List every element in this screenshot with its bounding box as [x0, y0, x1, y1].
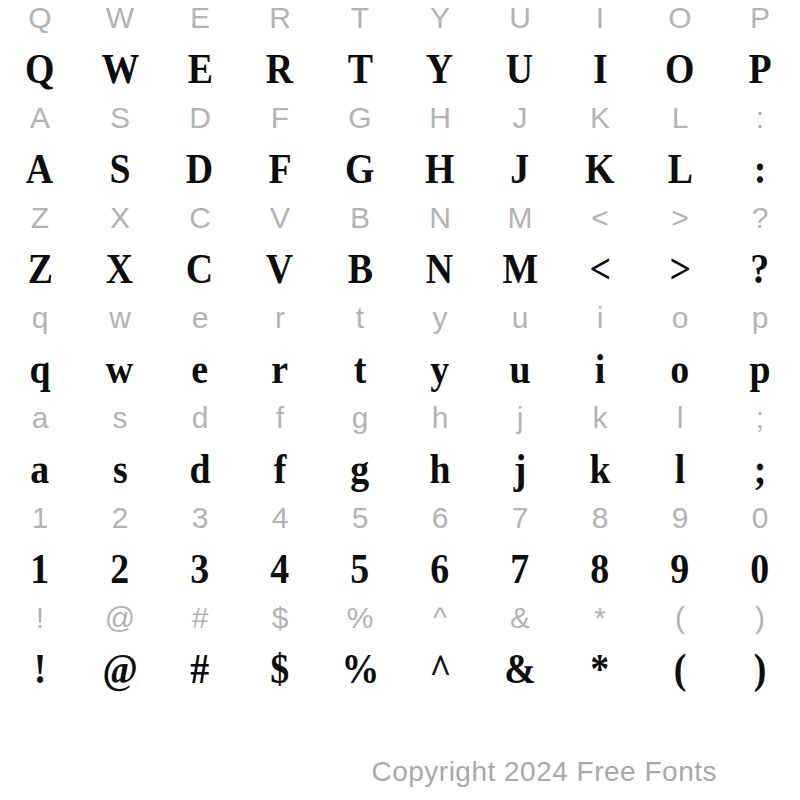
char-cell-ghost-r6-c5: ^ [400, 593, 480, 643]
char-cell-ghost-r6-c1: @ [80, 593, 160, 643]
char-cell-ghost-r5-c1: 2 [80, 493, 160, 543]
char-glyph: B [350, 201, 370, 235]
char-cell-ghost-r0-c0: Q [0, 0, 80, 43]
char-glyph: I [593, 44, 608, 93]
char-cell-bold-r0-c8: O [640, 43, 720, 93]
char-cell-ghost-r4-c3: f [240, 393, 320, 443]
char-cell-ghost-r0-c7: I [560, 0, 640, 43]
char-glyph: < [591, 201, 609, 235]
char-cell-ghost-r0-c2: E [160, 0, 240, 43]
char-glyph: ! [34, 644, 47, 693]
char-cell-bold-r5-c6: 7 [480, 543, 560, 593]
char-cell-ghost-r2-c8: > [640, 193, 720, 243]
char-glyph: Z [31, 201, 49, 235]
char-glyph: & [504, 644, 536, 693]
char-glyph: H [425, 144, 454, 193]
char-glyph: E [187, 44, 212, 93]
char-glyph: 4 [271, 544, 290, 593]
char-glyph: ( [674, 644, 687, 693]
char-glyph: ^ [433, 601, 447, 635]
char-cell-ghost-r3-c1: w [80, 293, 160, 343]
char-glyph: R [269, 1, 291, 35]
char-cell-bold-r1-c6: J [480, 143, 560, 193]
char-glyph: C [189, 201, 211, 235]
char-cell-ghost-r4-c0: a [0, 393, 80, 443]
char-glyph: g [352, 401, 369, 435]
char-cell-bold-r0-c4: T [320, 43, 400, 93]
char-cell-ghost-r2-c7: < [560, 193, 640, 243]
char-cell-ghost-r0-c3: R [240, 0, 320, 43]
char-cell-bold-r6-c4: % [320, 643, 400, 693]
char-cell-bold-r4-c3: f [240, 443, 320, 493]
char-cell-bold-r4-c0: a [0, 443, 80, 493]
char-cell-bold-r5-c5: 6 [400, 543, 480, 593]
char-cell-ghost-r0-c6: U [480, 0, 560, 43]
char-glyph: u [512, 301, 529, 335]
char-cell-ghost-r4-c6: j [480, 393, 560, 443]
char-cell-bold-r1-c4: G [320, 143, 400, 193]
char-cell-ghost-r5-c5: 6 [400, 493, 480, 543]
char-glyph: A [30, 101, 50, 135]
char-cell-bold-r6-c2: # [160, 643, 240, 693]
char-cell-bold-r4-c5: h [400, 443, 480, 493]
char-glyph: p [752, 301, 769, 335]
char-cell-ghost-r0-c1: W [80, 0, 160, 43]
char-glyph: e [192, 344, 209, 393]
char-cell-ghost-r1-c3: F [240, 93, 320, 143]
char-cell-ghost-r1-c6: J [480, 93, 560, 143]
char-glyph: e [192, 301, 209, 335]
char-cell-bold-r4-c2: d [160, 443, 240, 493]
char-cell-bold-r0-c5: Y [400, 43, 480, 93]
char-cell-ghost-r1-c8: L [640, 93, 720, 143]
char-glyph: l [677, 401, 684, 435]
char-glyph: h [432, 401, 449, 435]
char-glyph: X [106, 244, 133, 293]
char-cell-ghost-r2-c5: N [400, 193, 480, 243]
char-cell-bold-r3-c9: p [720, 343, 800, 393]
char-cell-bold-r2-c4: B [320, 243, 400, 293]
char-cell-ghost-r0-c5: Y [400, 0, 480, 43]
char-glyph: G [348, 101, 371, 135]
char-cell-bold-r3-c7: i [560, 343, 640, 393]
char-glyph: U [509, 1, 531, 35]
char-cell-ghost-r2-c6: M [480, 193, 560, 243]
char-glyph: L [667, 144, 692, 193]
char-glyph: # [192, 601, 209, 635]
char-glyph: * [594, 601, 606, 635]
char-cell-ghost-r5-c7: 8 [560, 493, 640, 543]
char-cell-bold-r1-c9: : [720, 143, 800, 193]
char-glyph: 7 [511, 544, 530, 593]
char-glyph: S [110, 101, 130, 135]
char-glyph: 5 [352, 501, 369, 535]
char-glyph: N [426, 244, 453, 293]
char-glyph: ) [755, 601, 765, 635]
char-cell-ghost-r3-c2: e [160, 293, 240, 343]
char-glyph: J [511, 144, 530, 193]
char-glyph: ) [754, 644, 767, 693]
char-glyph: l [675, 444, 686, 493]
char-glyph: O [665, 44, 694, 93]
char-glyph: W [101, 44, 139, 93]
char-glyph: q [32, 301, 49, 335]
char-glyph: K [590, 101, 610, 135]
char-cell-ghost-r1-c1: S [80, 93, 160, 143]
char-glyph: w [106, 344, 133, 393]
char-cell-ghost-r6-c4: % [320, 593, 400, 643]
char-glyph: I [596, 1, 604, 35]
char-glyph: K [585, 144, 614, 193]
char-glyph: Q [25, 44, 54, 93]
char-cell-ghost-r0-c9: P [720, 0, 800, 43]
char-cell-bold-r1-c7: K [560, 143, 640, 193]
char-cell-ghost-r6-c2: # [160, 593, 240, 643]
char-glyph: M [508, 201, 533, 235]
char-glyph: ? [751, 244, 770, 293]
char-cell-bold-r6-c7: * [560, 643, 640, 693]
char-glyph: 3 [191, 544, 210, 593]
char-cell-ghost-r3-c0: q [0, 293, 80, 343]
char-glyph: k [593, 401, 608, 435]
char-cell-ghost-r5-c0: 1 [0, 493, 80, 543]
char-cell-bold-r3-c6: u [480, 343, 560, 393]
char-cell-ghost-r4-c5: h [400, 393, 480, 443]
char-glyph: T [351, 1, 369, 35]
char-glyph: N [429, 201, 451, 235]
char-glyph: k [589, 444, 610, 493]
char-cell-bold-r5-c7: 8 [560, 543, 640, 593]
char-cell-bold-r3-c8: o [640, 343, 720, 393]
char-glyph: $ [271, 644, 290, 693]
char-glyph: % [341, 644, 379, 693]
char-glyph: R [266, 44, 293, 93]
char-cell-bold-r1-c2: D [160, 143, 240, 193]
char-cell-bold-r4-c1: s [80, 443, 160, 493]
char-glyph: $ [272, 601, 289, 635]
char-glyph: J [513, 101, 528, 135]
char-cell-bold-r6-c3: $ [240, 643, 320, 693]
char-cell-bold-r3-c4: t [320, 343, 400, 393]
char-cell-bold-r3-c3: r [240, 343, 320, 393]
char-cell-ghost-r1-c0: A [0, 93, 80, 143]
char-cell-ghost-r3-c3: r [240, 293, 320, 343]
char-cell-ghost-r4-c2: d [160, 393, 240, 443]
char-glyph: r [272, 344, 289, 393]
char-cell-bold-r3-c1: w [80, 343, 160, 393]
char-cell-ghost-r2-c9: ? [720, 193, 800, 243]
char-glyph: A [26, 144, 53, 193]
char-cell-ghost-r5-c9: 0 [720, 493, 800, 543]
char-glyph: f [276, 401, 284, 435]
char-glyph: w [109, 301, 131, 335]
char-glyph: # [191, 644, 210, 693]
char-cell-bold-r1-c0: A [0, 143, 80, 193]
char-glyph: < [589, 244, 611, 293]
char-glyph: 6 [432, 501, 449, 535]
char-glyph: s [113, 401, 128, 435]
char-glyph: G [345, 144, 374, 193]
char-cell-bold-r2-c0: Z [0, 243, 80, 293]
char-glyph: a [32, 401, 49, 435]
char-glyph: o [671, 344, 690, 393]
char-cell-bold-r5-c9: 0 [720, 543, 800, 593]
char-glyph: 4 [272, 501, 289, 535]
char-glyph: r [275, 301, 285, 335]
char-glyph: p [749, 344, 770, 393]
char-glyph: 2 [112, 501, 129, 535]
char-cell-ghost-r4-c4: g [320, 393, 400, 443]
char-glyph: d [189, 444, 210, 493]
char-cell-bold-r1-c5: H [400, 143, 480, 193]
char-glyph: f [274, 444, 287, 493]
char-glyph: q [29, 344, 50, 393]
char-cell-ghost-r0-c4: T [320, 0, 400, 43]
char-glyph: V [266, 244, 293, 293]
char-cell-bold-r1-c8: L [640, 143, 720, 193]
char-cell-bold-r0-c0: Q [0, 43, 80, 93]
char-glyph: 6 [431, 544, 450, 593]
char-glyph: i [597, 301, 604, 335]
char-cell-ghost-r4-c1: s [80, 393, 160, 443]
char-glyph: O [668, 1, 691, 35]
char-cell-ghost-r3-c5: y [400, 293, 480, 343]
char-glyph: ^ [429, 644, 451, 693]
char-cell-bold-r4-c8: l [640, 443, 720, 493]
char-cell-bold-r6-c8: ( [640, 643, 720, 693]
char-cell-bold-r2-c5: N [400, 243, 480, 293]
char-glyph: * [591, 644, 610, 693]
char-cell-ghost-r1-c5: H [400, 93, 480, 143]
char-glyph: : [756, 101, 764, 135]
char-glyph: 0 [752, 501, 769, 535]
char-cell-ghost-r1-c9: : [720, 93, 800, 143]
char-cell-ghost-r6-c7: * [560, 593, 640, 643]
char-glyph: t [354, 344, 367, 393]
char-glyph: u [509, 344, 530, 393]
char-cell-ghost-r3-c9: p [720, 293, 800, 343]
char-glyph: o [672, 301, 689, 335]
char-glyph: V [270, 201, 290, 235]
char-glyph: i [595, 344, 606, 393]
char-glyph: 8 [591, 544, 610, 593]
char-cell-ghost-r3-c4: t [320, 293, 400, 343]
char-glyph: 2 [111, 544, 130, 593]
char-glyph: 1 [32, 501, 49, 535]
char-glyph: L [672, 101, 689, 135]
char-glyph: ; [754, 444, 767, 493]
char-cell-ghost-r1-c2: D [160, 93, 240, 143]
char-glyph: 5 [351, 544, 370, 593]
char-glyph: S [109, 144, 130, 193]
char-glyph: 0 [751, 544, 770, 593]
char-cell-bold-r5-c8: 9 [640, 543, 720, 593]
char-glyph: % [347, 601, 374, 635]
char-glyph: d [192, 401, 209, 435]
char-cell-bold-r2-c2: C [160, 243, 240, 293]
char-cell-ghost-r6-c3: $ [240, 593, 320, 643]
char-cell-bold-r3-c0: q [0, 343, 80, 393]
char-cell-ghost-r2-c4: B [320, 193, 400, 243]
char-glyph: @ [102, 644, 137, 693]
char-cell-bold-r0-c1: W [80, 43, 160, 93]
char-glyph: : [754, 144, 767, 193]
char-cell-bold-r2-c7: < [560, 243, 640, 293]
char-cell-ghost-r3-c8: o [640, 293, 720, 343]
char-cell-ghost-r2-c0: Z [0, 193, 80, 243]
char-glyph: F [271, 101, 289, 135]
char-glyph: 9 [672, 501, 689, 535]
char-cell-ghost-r4-c9: ; [720, 393, 800, 443]
char-cell-ghost-r6-c9: ) [720, 593, 800, 643]
char-cell-bold-r2-c6: M [480, 243, 560, 293]
char-cell-bold-r6-c9: ) [720, 643, 800, 693]
char-glyph: U [506, 44, 533, 93]
char-cell-ghost-r1-c4: G [320, 93, 400, 143]
char-cell-ghost-r6-c6: & [480, 593, 560, 643]
char-glyph: Z [27, 244, 52, 293]
char-glyph: 3 [192, 501, 209, 535]
char-cell-ghost-r5-c4: 5 [320, 493, 400, 543]
char-cell-bold-r1-c1: S [80, 143, 160, 193]
character-grid: QWERTYUIOPQWERTYUIOPASDFGHJKL:ASDFGHJKL:… [0, 0, 800, 693]
char-cell-ghost-r2-c2: C [160, 193, 240, 243]
char-glyph: P [750, 1, 770, 35]
char-cell-ghost-r6-c8: ( [640, 593, 720, 643]
char-glyph: ; [756, 401, 764, 435]
char-glyph: ! [36, 601, 44, 635]
char-cell-bold-r4-c7: k [560, 443, 640, 493]
char-glyph: h [429, 444, 450, 493]
char-cell-ghost-r5-c3: 4 [240, 493, 320, 543]
char-cell-bold-r6-c0: ! [0, 643, 80, 693]
char-glyph: @ [105, 601, 135, 635]
char-cell-ghost-r5-c6: 7 [480, 493, 560, 543]
copyright-watermark: Copyright 2024 Free Fonts [371, 756, 717, 788]
char-glyph: Q [28, 1, 51, 35]
char-glyph: B [347, 244, 372, 293]
char-cell-bold-r2-c1: X [80, 243, 160, 293]
char-cell-bold-r3-c2: e [160, 343, 240, 393]
char-cell-ghost-r6-c0: ! [0, 593, 80, 643]
char-glyph: F [268, 144, 291, 193]
char-glyph: C [186, 244, 213, 293]
char-cell-ghost-r4-c8: l [640, 393, 720, 443]
char-cell-ghost-r3-c7: i [560, 293, 640, 343]
char-cell-bold-r0-c6: U [480, 43, 560, 93]
char-glyph: E [190, 1, 210, 35]
char-glyph: 7 [512, 501, 529, 535]
char-glyph: y [433, 301, 448, 335]
char-glyph: s [113, 444, 128, 493]
char-glyph: M [502, 244, 538, 293]
char-cell-bold-r0-c2: E [160, 43, 240, 93]
char-glyph: a [31, 444, 50, 493]
char-glyph: P [748, 44, 771, 93]
char-cell-ghost-r2-c3: V [240, 193, 320, 243]
char-glyph: 1 [31, 544, 50, 593]
char-cell-bold-r6-c6: & [480, 643, 560, 693]
char-cell-bold-r1-c3: F [240, 143, 320, 193]
char-cell-bold-r6-c5: ^ [400, 643, 480, 693]
char-glyph: X [110, 201, 130, 235]
char-cell-bold-r5-c0: 1 [0, 543, 80, 593]
char-glyph: t [356, 301, 364, 335]
char-glyph: D [186, 144, 213, 193]
char-cell-bold-r3-c5: y [400, 343, 480, 393]
char-glyph: 8 [592, 501, 609, 535]
char-glyph: W [106, 1, 134, 35]
char-cell-bold-r6-c1: @ [80, 643, 160, 693]
char-glyph: ( [675, 601, 685, 635]
char-cell-bold-r4-c6: j [480, 443, 560, 493]
char-cell-bold-r4-c4: g [320, 443, 400, 493]
char-cell-bold-r2-c3: V [240, 243, 320, 293]
char-cell-ghost-r5-c2: 3 [160, 493, 240, 543]
char-cell-ghost-r1-c7: K [560, 93, 640, 143]
char-cell-bold-r4-c9: ; [720, 443, 800, 493]
char-cell-ghost-r2-c1: X [80, 193, 160, 243]
char-glyph: T [347, 44, 372, 93]
char-glyph: j [514, 444, 527, 493]
char-glyph: H [429, 101, 451, 135]
char-cell-bold-r0-c9: P [720, 43, 800, 93]
char-cell-bold-r2-c9: ? [720, 243, 800, 293]
char-glyph: j [517, 401, 524, 435]
char-cell-bold-r5-c3: 4 [240, 543, 320, 593]
char-cell-ghost-r0-c8: O [640, 0, 720, 43]
char-glyph: D [189, 101, 211, 135]
char-cell-ghost-r4-c7: k [560, 393, 640, 443]
char-glyph: 9 [671, 544, 690, 593]
char-glyph: y [431, 344, 450, 393]
char-cell-bold-r2-c8: > [640, 243, 720, 293]
char-glyph: > [671, 201, 689, 235]
char-glyph: Y [426, 44, 453, 93]
char-cell-bold-r0-c3: R [240, 43, 320, 93]
char-glyph: > [669, 244, 691, 293]
char-cell-bold-r0-c7: I [560, 43, 640, 93]
char-glyph: ? [752, 201, 769, 235]
char-cell-bold-r5-c4: 5 [320, 543, 400, 593]
char-glyph: g [351, 444, 370, 493]
char-cell-bold-r5-c2: 3 [160, 543, 240, 593]
char-cell-ghost-r3-c6: u [480, 293, 560, 343]
char-cell-bold-r5-c1: 2 [80, 543, 160, 593]
char-glyph: & [510, 601, 530, 635]
char-glyph: Y [430, 1, 450, 35]
char-cell-ghost-r5-c8: 9 [640, 493, 720, 543]
